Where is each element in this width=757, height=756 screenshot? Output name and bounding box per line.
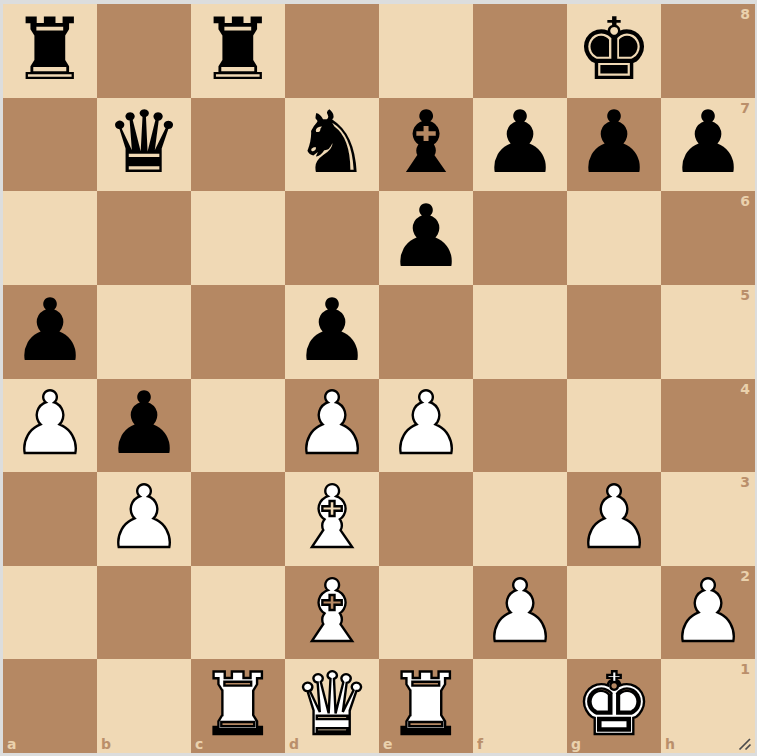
board-grid: ♜♜♚8♛♞♝♟♟♟7♟6♟♟5♟♟♟♟4♟♝♟3♝♟♟2ab♜c♛d♜ef♚g… — [3, 4, 755, 753]
file-label-a: a — [7, 737, 16, 751]
resize-handle-icon[interactable] — [737, 736, 752, 751]
square-f6[interactable] — [473, 191, 567, 285]
square-b1[interactable]: b — [97, 659, 191, 753]
piece-black-pawn[interactable]: ♟ — [105, 380, 182, 466]
piece-white-bishop[interactable]: ♝ — [293, 568, 370, 654]
file-label-b: b — [101, 737, 111, 751]
square-b3[interactable]: ♟ — [97, 472, 191, 566]
piece-white-pawn[interactable]: ♟ — [669, 568, 746, 654]
piece-black-bishop[interactable]: ♝ — [387, 99, 464, 185]
square-g2[interactable] — [567, 566, 661, 660]
piece-black-pawn[interactable]: ♟ — [669, 99, 746, 185]
square-b6[interactable] — [97, 191, 191, 285]
square-a6[interactable] — [3, 191, 97, 285]
piece-white-pawn[interactable]: ♟ — [575, 474, 652, 560]
square-f4[interactable] — [473, 379, 567, 473]
square-d4[interactable]: ♟ — [285, 379, 379, 473]
piece-white-pawn[interactable]: ♟ — [387, 380, 464, 466]
square-c4[interactable] — [191, 379, 285, 473]
square-g6[interactable] — [567, 191, 661, 285]
square-f7[interactable]: ♟ — [473, 98, 567, 192]
square-d1[interactable]: ♛d — [285, 659, 379, 753]
square-e4[interactable]: ♟ — [379, 379, 473, 473]
piece-black-rook[interactable]: ♜ — [11, 6, 88, 92]
square-e2[interactable] — [379, 566, 473, 660]
square-c2[interactable] — [191, 566, 285, 660]
piece-black-queen[interactable]: ♛ — [105, 99, 182, 185]
square-g1[interactable]: ♚g — [567, 659, 661, 753]
piece-black-rook[interactable]: ♜ — [199, 6, 276, 92]
square-a4[interactable]: ♟ — [3, 379, 97, 473]
piece-white-queen[interactable]: ♛ — [293, 661, 370, 747]
square-d5[interactable]: ♟ — [285, 285, 379, 379]
square-c5[interactable] — [191, 285, 285, 379]
square-f1[interactable]: f — [473, 659, 567, 753]
square-e5[interactable] — [379, 285, 473, 379]
rank-label-5: 5 — [740, 288, 750, 302]
square-f8[interactable] — [473, 4, 567, 98]
square-d8[interactable] — [285, 4, 379, 98]
piece-black-pawn[interactable]: ♟ — [575, 99, 652, 185]
square-h7[interactable]: ♟7 — [661, 98, 755, 192]
file-label-h: h — [665, 737, 675, 751]
square-c8[interactable]: ♜ — [191, 4, 285, 98]
piece-white-rook[interactable]: ♜ — [199, 661, 276, 747]
rank-label-6: 6 — [740, 194, 750, 208]
piece-white-pawn[interactable]: ♟ — [11, 380, 88, 466]
piece-black-pawn[interactable]: ♟ — [293, 287, 370, 373]
square-b5[interactable] — [97, 285, 191, 379]
square-b2[interactable] — [97, 566, 191, 660]
piece-white-pawn[interactable]: ♟ — [293, 380, 370, 466]
square-a1[interactable]: a — [3, 659, 97, 753]
square-f2[interactable]: ♟ — [473, 566, 567, 660]
square-h3[interactable]: 3 — [661, 472, 755, 566]
square-b8[interactable] — [97, 4, 191, 98]
page: { "game": "chess", "board": { "orientati… — [0, 0, 757, 756]
square-d3[interactable]: ♝ — [285, 472, 379, 566]
square-b7[interactable]: ♛ — [97, 98, 191, 192]
square-d7[interactable]: ♞ — [285, 98, 379, 192]
square-f3[interactable] — [473, 472, 567, 566]
rank-label-4: 4 — [740, 382, 750, 396]
square-c1[interactable]: ♜c — [191, 659, 285, 753]
square-g5[interactable] — [567, 285, 661, 379]
square-e1[interactable]: ♜e — [379, 659, 473, 753]
square-d2[interactable]: ♝ — [285, 566, 379, 660]
piece-white-rook[interactable]: ♜ — [387, 661, 464, 747]
square-d6[interactable] — [285, 191, 379, 285]
piece-black-knight[interactable]: ♞ — [293, 99, 370, 185]
square-h8[interactable]: 8 — [661, 4, 755, 98]
piece-white-king[interactable]: ♚ — [575, 661, 652, 747]
square-g8[interactable]: ♚ — [567, 4, 661, 98]
square-c3[interactable] — [191, 472, 285, 566]
piece-black-pawn[interactable]: ♟ — [11, 287, 88, 373]
square-h5[interactable]: 5 — [661, 285, 755, 379]
square-h4[interactable]: 4 — [661, 379, 755, 473]
rank-label-8: 8 — [740, 7, 750, 21]
square-a8[interactable]: ♜ — [3, 4, 97, 98]
square-a7[interactable] — [3, 98, 97, 192]
square-a5[interactable]: ♟ — [3, 285, 97, 379]
chess-board: ♜♜♚8♛♞♝♟♟♟7♟6♟♟5♟♟♟♟4♟♝♟3♝♟♟2ab♜c♛d♜ef♚g… — [3, 4, 755, 753]
square-g7[interactable]: ♟ — [567, 98, 661, 192]
square-b4[interactable]: ♟ — [97, 379, 191, 473]
square-e6[interactable]: ♟ — [379, 191, 473, 285]
square-h2[interactable]: ♟2 — [661, 566, 755, 660]
square-e8[interactable] — [379, 4, 473, 98]
piece-white-pawn[interactable]: ♟ — [481, 568, 558, 654]
file-label-f: f — [477, 737, 483, 751]
piece-white-pawn[interactable]: ♟ — [105, 474, 182, 560]
square-a2[interactable] — [3, 566, 97, 660]
square-g4[interactable] — [567, 379, 661, 473]
square-f5[interactable] — [473, 285, 567, 379]
piece-black-pawn[interactable]: ♟ — [481, 99, 558, 185]
piece-black-king[interactable]: ♚ — [575, 6, 652, 92]
piece-white-bishop[interactable]: ♝ — [293, 474, 370, 560]
rank-label-1: 1 — [740, 662, 750, 676]
square-c7[interactable] — [191, 98, 285, 192]
square-e7[interactable]: ♝ — [379, 98, 473, 192]
square-g3[interactable]: ♟ — [567, 472, 661, 566]
square-e3[interactable] — [379, 472, 473, 566]
square-a3[interactable] — [3, 472, 97, 566]
square-h6[interactable]: 6 — [661, 191, 755, 285]
piece-black-pawn[interactable]: ♟ — [387, 193, 464, 279]
square-c6[interactable] — [191, 191, 285, 285]
rank-label-3: 3 — [740, 475, 750, 489]
